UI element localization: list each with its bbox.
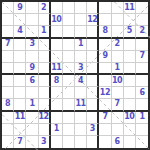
cell-r5c8[interactable] — [87, 51, 99, 63]
clue-digit: 4 — [78, 77, 83, 85]
cell-r3c1[interactable] — [2, 26, 14, 38]
cell-r5c6[interactable] — [63, 51, 75, 63]
cell-r9c10[interactable]: 7 — [112, 99, 124, 111]
cell-r3c9[interactable]: 8 — [99, 26, 111, 38]
clue-digit: 3 — [29, 40, 34, 48]
cell-r10c12[interactable]: 1 — [136, 112, 148, 124]
cell-r10c3[interactable] — [26, 112, 38, 124]
cell-r9c7[interactable]: 11 — [75, 99, 87, 111]
cell-r11c2[interactable] — [14, 124, 26, 136]
cell-r2c9[interactable] — [99, 14, 111, 26]
cell-r3c6[interactable] — [63, 26, 75, 38]
cell-r6c2[interactable] — [14, 63, 26, 75]
clue-digit: 6 — [29, 77, 34, 85]
cell-r11c11[interactable] — [124, 124, 136, 136]
cell-r6c1[interactable] — [2, 63, 14, 75]
clue-digit: 11 — [76, 100, 86, 108]
cell-r7c11[interactable] — [124, 75, 136, 87]
cell-r5c10[interactable] — [112, 51, 124, 63]
cell-r3c8[interactable] — [87, 26, 99, 38]
cell-r5c1[interactable] — [2, 51, 14, 63]
cell-r10c5[interactable] — [51, 112, 63, 124]
cell-r2c3[interactable] — [26, 14, 38, 26]
cell-r3c11[interactable]: 5 — [124, 26, 136, 38]
cell-r4c5[interactable] — [51, 39, 63, 51]
clue-digit: 8 — [54, 77, 59, 85]
cell-r12c1[interactable] — [2, 136, 14, 148]
cell-r5c2[interactable] — [14, 51, 26, 63]
cell-r8c3[interactable] — [26, 87, 38, 99]
cell-r3c3[interactable] — [26, 26, 38, 38]
cell-r4c10[interactable]: 2 — [112, 39, 124, 51]
cell-r7c12[interactable] — [136, 75, 148, 87]
clue-digit: 4 — [17, 27, 22, 35]
cell-r6c12[interactable] — [136, 63, 148, 75]
cell-r5c7[interactable] — [75, 51, 87, 63]
cell-r9c5[interactable] — [51, 99, 63, 111]
cell-r11c6[interactable] — [63, 124, 75, 136]
cell-r5c11[interactable] — [124, 51, 136, 63]
cell-r2c4[interactable] — [39, 14, 51, 26]
cell-r1c7[interactable] — [75, 2, 87, 14]
clue-digit: 9 — [17, 4, 22, 12]
clue-digit: 11 — [15, 113, 25, 121]
cell-r5c3[interactable] — [26, 51, 38, 63]
cell-r11c8[interactable]: 3 — [87, 124, 99, 136]
sudoku-grid: 9211101241852731297911316841012681117111… — [2, 2, 148, 148]
clue-digit: 7 — [17, 138, 22, 146]
cell-r7c3[interactable]: 6 — [26, 75, 38, 87]
clue-digit: 12 — [87, 16, 97, 24]
cell-r5c12[interactable]: 7 — [136, 51, 148, 63]
cell-r7c1[interactable] — [2, 75, 14, 87]
cell-r10c6[interactable] — [63, 112, 75, 124]
clue-digit: 6 — [115, 138, 120, 146]
cell-r8c6[interactable] — [63, 87, 75, 99]
clue-digit: 8 — [102, 27, 107, 35]
clue-digit: 6 — [139, 89, 144, 97]
cell-r5c5[interactable] — [51, 51, 63, 63]
clue-digit: 10 — [112, 77, 122, 85]
cell-r2c6[interactable] — [63, 14, 75, 26]
cell-r10c9[interactable]: 7 — [99, 112, 111, 124]
cell-r2c2[interactable] — [14, 14, 26, 26]
cell-r6c8[interactable] — [87, 63, 99, 75]
clue-digit: 2 — [41, 4, 46, 12]
cell-r3c10[interactable] — [112, 26, 124, 38]
clue-digit: 9 — [29, 64, 34, 72]
cell-r2c7[interactable] — [75, 14, 87, 26]
cell-r2c10[interactable] — [112, 14, 124, 26]
cell-r11c3[interactable] — [26, 124, 38, 136]
cell-r5c9[interactable]: 9 — [99, 51, 111, 63]
cell-r9c11[interactable] — [124, 99, 136, 111]
clue-digit: 7 — [115, 100, 120, 108]
cell-r8c7[interactable] — [75, 87, 87, 99]
clue-digit: 1 — [139, 113, 144, 121]
cell-r3c5[interactable] — [51, 26, 63, 38]
clue-digit: 2 — [115, 40, 120, 48]
cell-r8c1[interactable] — [2, 87, 14, 99]
clue-digit: 1 — [115, 64, 120, 72]
cell-r8c5[interactable] — [51, 87, 63, 99]
cell-r10c4[interactable]: 12 — [39, 112, 51, 124]
cell-r1c4[interactable]: 2 — [39, 2, 51, 14]
cell-r4c4[interactable] — [39, 39, 51, 51]
cell-r4c11[interactable] — [124, 39, 136, 51]
cell-r6c11[interactable] — [124, 63, 136, 75]
cell-r12c8[interactable] — [87, 136, 99, 148]
cell-r6c4[interactable] — [39, 63, 51, 75]
clue-digit: 1 — [29, 100, 34, 108]
cell-r11c4[interactable] — [39, 124, 51, 136]
clue-digit: 10 — [51, 16, 61, 24]
clue-digit: 9 — [102, 52, 107, 60]
cell-r3c2[interactable]: 4 — [14, 26, 26, 38]
cell-r3c12[interactable]: 2 — [136, 26, 148, 38]
cell-r3c4[interactable]: 1 — [39, 26, 51, 38]
cell-r6c9[interactable] — [99, 63, 111, 75]
clue-digit: 3 — [90, 125, 95, 133]
cell-r8c12[interactable]: 6 — [136, 87, 148, 99]
cell-r12c11[interactable] — [124, 136, 136, 148]
cell-r12c2[interactable]: 7 — [14, 136, 26, 148]
cell-r3c7[interactable] — [75, 26, 87, 38]
cell-r7c5[interactable]: 8 — [51, 75, 63, 87]
cell-r11c1[interactable] — [2, 124, 14, 136]
cell-r4c3[interactable]: 3 — [26, 39, 38, 51]
cell-r10c1[interactable] — [2, 112, 14, 124]
cell-r5c4[interactable] — [39, 51, 51, 63]
cell-r1c3[interactable] — [26, 2, 38, 14]
cell-r1c10[interactable] — [112, 2, 124, 14]
cell-r7c2[interactable] — [14, 75, 26, 87]
clue-digit: 7 — [5, 40, 10, 48]
cell-r7c4[interactable] — [39, 75, 51, 87]
cell-r9c12[interactable] — [136, 99, 148, 111]
cell-r10c11[interactable]: 10 — [124, 112, 136, 124]
cell-r2c8[interactable]: 12 — [87, 14, 99, 26]
cell-r7c10[interactable]: 10 — [112, 75, 124, 87]
cell-r4c8[interactable] — [87, 39, 99, 51]
cell-r2c1[interactable] — [2, 14, 14, 26]
cell-r8c9[interactable]: 12 — [99, 87, 111, 99]
cell-r4c12[interactable] — [136, 39, 148, 51]
cell-r9c6[interactable] — [63, 99, 75, 111]
cell-r6c7[interactable]: 3 — [75, 63, 87, 75]
cell-r1c5[interactable] — [51, 2, 63, 14]
clue-digit: 8 — [5, 100, 10, 108]
cell-r4c1[interactable]: 7 — [2, 39, 14, 51]
clue-digit: 10 — [124, 113, 134, 121]
cell-r12c6[interactable] — [63, 136, 75, 148]
cell-r12c4[interactable]: 3 — [39, 136, 51, 148]
cell-r8c2[interactable] — [14, 87, 26, 99]
cell-r11c10[interactable] — [112, 124, 124, 136]
cell-r12c10[interactable]: 6 — [112, 136, 124, 148]
cell-r12c9[interactable] — [99, 136, 111, 148]
clue-digit: 7 — [139, 52, 144, 60]
cell-r8c8[interactable] — [87, 87, 99, 99]
cell-r9c2[interactable] — [14, 99, 26, 111]
cell-r1c2[interactable]: 9 — [14, 2, 26, 14]
cell-r1c9[interactable] — [99, 2, 111, 14]
cell-r9c3[interactable]: 1 — [26, 99, 38, 111]
sudoku-puzzle: 9211101241852731297911316841012681117111… — [0, 0, 150, 150]
cell-r1c6[interactable] — [63, 2, 75, 14]
cell-r11c9[interactable] — [99, 124, 111, 136]
cell-r7c8[interactable] — [87, 75, 99, 87]
cell-r7c7[interactable]: 4 — [75, 75, 87, 87]
cell-r6c3[interactable]: 9 — [26, 63, 38, 75]
clue-digit: 12 — [39, 113, 49, 121]
cell-r4c2[interactable] — [14, 39, 26, 51]
cell-r12c3[interactable] — [26, 136, 38, 148]
clue-digit: 3 — [41, 138, 46, 146]
cell-r2c11[interactable] — [124, 14, 136, 26]
cell-r11c7[interactable] — [75, 124, 87, 136]
cell-r10c10[interactable] — [112, 112, 124, 124]
cell-r11c5[interactable]: 1 — [51, 124, 63, 136]
cell-r9c9[interactable] — [99, 99, 111, 111]
cell-r4c7[interactable]: 1 — [75, 39, 87, 51]
cell-r10c8[interactable] — [87, 112, 99, 124]
cell-r2c5[interactable]: 10 — [51, 14, 63, 26]
cell-r10c7[interactable] — [75, 112, 87, 124]
clue-digit: 7 — [102, 113, 107, 121]
cell-r2c12[interactable] — [136, 14, 148, 26]
cell-r9c4[interactable] — [39, 99, 51, 111]
cell-r1c1[interactable] — [2, 2, 14, 14]
clue-digit: 1 — [41, 27, 46, 35]
cell-r7c9[interactable] — [99, 75, 111, 87]
clue-digit: 3 — [78, 64, 83, 72]
cell-r6c6[interactable] — [63, 63, 75, 75]
clue-digit: 12 — [100, 89, 110, 97]
cell-r8c10[interactable] — [112, 87, 124, 99]
clue-digit: 1 — [78, 40, 83, 48]
clue-digit: 11 — [51, 64, 61, 72]
clue-digit: 1 — [54, 125, 59, 133]
cell-r1c12[interactable] — [136, 2, 148, 14]
cell-r7c6[interactable] — [63, 75, 75, 87]
cell-r12c7[interactable] — [75, 136, 87, 148]
cell-r9c8[interactable] — [87, 99, 99, 111]
cell-r1c8[interactable] — [87, 2, 99, 14]
cell-r4c9[interactable] — [99, 39, 111, 51]
clue-digit: 5 — [127, 27, 132, 35]
cell-r9c1[interactable]: 8 — [2, 99, 14, 111]
cell-r1c11[interactable]: 11 — [124, 2, 136, 14]
sudoku-board: 9211101241852731297911316841012681117111… — [0, 0, 150, 150]
cell-r11c12[interactable] — [136, 124, 148, 136]
cell-r12c5[interactable] — [51, 136, 63, 148]
clue-digit: 11 — [124, 4, 134, 12]
cell-r12c12[interactable] — [136, 136, 148, 148]
cell-r10c2[interactable]: 11 — [14, 112, 26, 124]
cell-r6c10[interactable]: 1 — [112, 63, 124, 75]
cell-r8c11[interactable] — [124, 87, 136, 99]
cell-r6c5[interactable]: 11 — [51, 63, 63, 75]
clue-digit: 2 — [139, 27, 144, 35]
cell-r4c6[interactable] — [63, 39, 75, 51]
cell-r8c4[interactable] — [39, 87, 51, 99]
